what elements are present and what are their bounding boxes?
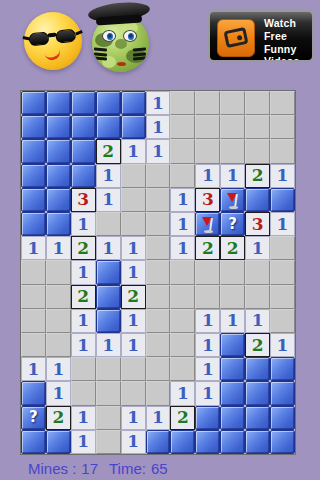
cell-r14c4[interactable] — [96, 406, 121, 430]
cell-r11c5[interactable]: 1 — [121, 333, 146, 357]
cell-r2c3[interactable] — [71, 115, 96, 139]
cell-r13c2[interactable]: 1 — [46, 381, 71, 405]
cell-r13c1[interactable] — [21, 381, 46, 405]
cell-r10c8[interactable]: 1 — [195, 309, 220, 333]
cell-r9c8[interactable] — [195, 285, 220, 309]
cell-r9c7[interactable] — [170, 285, 195, 309]
cell-r14c9[interactable] — [220, 406, 245, 430]
cell-r7c7[interactable]: 1 — [170, 236, 195, 260]
ad-line-3: Funny — [264, 43, 299, 56]
cell-r3c10[interactable] — [245, 139, 270, 163]
cell-r14c10[interactable] — [245, 406, 270, 430]
cell-r10c5[interactable]: 1 — [121, 309, 146, 333]
smirk-mouth — [44, 48, 62, 62]
cell-r14c1[interactable]: ? — [21, 406, 46, 430]
cell-r12c10[interactable] — [245, 357, 270, 381]
cell-r7c6[interactable] — [146, 236, 171, 260]
cell-r11c8[interactable]: 1 — [195, 333, 220, 357]
cell-r2c11[interactable] — [270, 115, 295, 139]
cell-r7c2[interactable]: 1 — [46, 236, 71, 260]
cell-r8c5[interactable]: 1 — [121, 260, 146, 284]
cell-r15c3[interactable]: 1 — [71, 430, 96, 454]
cell-r12c5[interactable] — [121, 357, 146, 381]
cell-r5c9[interactable] — [220, 188, 245, 212]
cell-r4c2[interactable] — [46, 164, 71, 188]
flag-pole — [234, 194, 238, 207]
cell-r5c5[interactable] — [121, 188, 146, 212]
cell-r8c9[interactable] — [220, 260, 245, 284]
cell-r9c6[interactable] — [146, 285, 171, 309]
cell-r11c10[interactable]: 2 — [245, 333, 270, 357]
cell-r11c7[interactable] — [170, 333, 195, 357]
cell-r3c3[interactable] — [71, 139, 96, 163]
cell-r2c2[interactable] — [46, 115, 71, 139]
minesweeper-board: 1121111121311311?31112111221112211111111… — [20, 90, 296, 455]
cell-r8c2[interactable] — [46, 260, 71, 284]
cell-r4c11[interactable]: 1 — [270, 164, 295, 188]
cell-r15c8[interactable] — [195, 430, 220, 454]
cell-r12c2[interactable]: 1 — [46, 357, 71, 381]
cell-r10c7[interactable] — [170, 309, 195, 333]
cell-r1c4[interactable] — [96, 91, 121, 115]
cell-r7c9[interactable]: 2 — [220, 236, 245, 260]
cell-r14c7[interactable]: 2 — [170, 406, 195, 430]
cell-r4c7[interactable] — [170, 164, 195, 188]
ad-banner[interactable]: Watch Free Funny Videos — [208, 10, 314, 62]
flag-fbase — [204, 230, 213, 233]
cell-r8c4[interactable] — [96, 260, 121, 284]
cell-r15c10[interactable] — [245, 430, 270, 454]
cell-r5c7[interactable]: 1 — [170, 188, 195, 212]
cell-r12c3[interactable] — [71, 357, 96, 381]
cell-r2c10[interactable] — [245, 115, 270, 139]
cell-r11c1[interactable] — [21, 333, 46, 357]
cell-r13c3[interactable] — [71, 381, 96, 405]
cell-r8c6[interactable] — [146, 260, 171, 284]
cell-r7c11[interactable] — [270, 236, 295, 260]
cell-r3c4[interactable]: 2 — [96, 139, 121, 163]
cell-r15c1[interactable] — [21, 430, 46, 454]
cell-r11c9[interactable] — [220, 333, 245, 357]
cell-r11c2[interactable] — [46, 333, 71, 357]
cell-r8c8[interactable] — [195, 260, 220, 284]
cell-r11c6[interactable] — [146, 333, 171, 357]
cell-r8c1[interactable] — [21, 260, 46, 284]
cell-r10c10[interactable]: 1 — [245, 309, 270, 333]
cell-r12c1[interactable]: 1 — [21, 357, 46, 381]
cell-r13c8[interactable]: 1 — [195, 381, 220, 405]
cell-r9c3[interactable]: 2 — [71, 285, 96, 309]
cell-r4c1[interactable] — [21, 164, 46, 188]
cell-r1c6[interactable]: 1 — [146, 91, 171, 115]
army-mouth — [117, 62, 126, 66]
cell-r12c8[interactable]: 1 — [195, 357, 220, 381]
cell-r5c11[interactable] — [270, 188, 295, 212]
cell-r5c4[interactable]: 1 — [96, 188, 121, 212]
cell-r10c4[interactable] — [96, 309, 121, 333]
cell-r2c6[interactable]: 1 — [146, 115, 171, 139]
cell-r3c9[interactable] — [220, 139, 245, 163]
ad-line-2: Free — [264, 30, 299, 43]
cell-r3c2[interactable] — [46, 139, 71, 163]
cell-r2c5[interactable] — [121, 115, 146, 139]
cell-r7c5[interactable]: 1 — [121, 236, 146, 260]
ad-line-1: Watch — [264, 17, 299, 30]
cell-r2c4[interactable] — [96, 115, 121, 139]
cell-r15c5[interactable]: 1 — [121, 430, 146, 454]
cell-r11c4[interactable]: 1 — [96, 333, 121, 357]
cell-r12c9[interactable] — [220, 357, 245, 381]
cell-r2c9[interactable] — [220, 115, 245, 139]
cell-r15c7[interactable] — [170, 430, 195, 454]
cell-r1c5[interactable] — [121, 91, 146, 115]
cell-r13c7[interactable]: 1 — [170, 381, 195, 405]
cell-r6c10[interactable]: 3 — [245, 212, 270, 236]
cell-r7c4[interactable]: 1 — [96, 236, 121, 260]
cell-r12c4[interactable] — [96, 357, 121, 381]
cell-r11c11[interactable]: 1 — [270, 333, 295, 357]
cool-smiley-button[interactable] — [24, 12, 82, 70]
cell-r7c8[interactable]: 2 — [195, 236, 220, 260]
cell-r12c11[interactable] — [270, 357, 295, 381]
cell-r9c9[interactable] — [220, 285, 245, 309]
right-eye — [123, 30, 137, 42]
cell-r1c11[interactable] — [270, 91, 295, 115]
cell-r1c10[interactable] — [245, 91, 270, 115]
cell-r14c5[interactable]: 1 — [121, 406, 146, 430]
cell-r2c1[interactable] — [21, 115, 46, 139]
cell-r3c7[interactable] — [170, 139, 195, 163]
cell-r3c5[interactable]: 1 — [121, 139, 146, 163]
cell-r6c9[interactable]: ? — [220, 212, 245, 236]
cell-r14c11[interactable] — [270, 406, 295, 430]
cell-r4c6[interactable] — [146, 164, 171, 188]
cell-r9c11[interactable] — [270, 285, 295, 309]
status-bar: Mines :17 Time:65 — [28, 460, 168, 477]
ad-text: Watch Free Funny Videos — [264, 17, 299, 62]
cell-r12c6[interactable] — [146, 357, 171, 381]
time-label: Time: — [109, 460, 146, 477]
cell-r6c8[interactable] — [195, 212, 220, 236]
cell-r10c6[interactable] — [146, 309, 171, 333]
cell-r7c1[interactable]: 1 — [21, 236, 46, 260]
cell-r15c9[interactable] — [220, 430, 245, 454]
sunglasses-icon — [28, 29, 77, 50]
cell-r14c2[interactable]: 2 — [46, 406, 71, 430]
cell-r6c1[interactable] — [21, 212, 46, 236]
cell-r7c10[interactable]: 1 — [245, 236, 270, 260]
cell-r11c3[interactable]: 1 — [71, 333, 96, 357]
cell-r8c7[interactable] — [170, 260, 195, 284]
cell-r4c4[interactable]: 1 — [96, 164, 121, 188]
cell-r15c2[interactable] — [46, 430, 71, 454]
ad-photo-tile — [217, 19, 255, 57]
mines-label: Mines : — [28, 460, 76, 477]
cell-r13c5[interactable] — [121, 381, 146, 405]
cell-r5c1[interactable] — [21, 188, 46, 212]
flag-fbase — [229, 206, 238, 209]
cell-r9c4[interactable] — [96, 285, 121, 309]
cell-r14c8[interactable] — [195, 406, 220, 430]
cell-r12c7[interactable] — [170, 357, 195, 381]
cell-r4c8[interactable]: 1 — [195, 164, 220, 188]
cell-r1c8[interactable] — [195, 91, 220, 115]
cell-r1c7[interactable] — [170, 91, 195, 115]
cell-r8c11[interactable] — [270, 260, 295, 284]
ad-line-4: Videos — [264, 55, 299, 62]
left-eye — [102, 30, 116, 42]
cell-r15c4[interactable] — [96, 430, 121, 454]
cell-r10c1[interactable] — [21, 309, 46, 333]
cell-r1c3[interactable] — [71, 91, 96, 115]
cell-r15c6[interactable] — [146, 430, 171, 454]
cell-r3c6[interactable]: 1 — [146, 139, 171, 163]
cell-r13c11[interactable] — [270, 381, 295, 405]
cell-r5c10[interactable] — [245, 188, 270, 212]
cell-r1c2[interactable] — [46, 91, 71, 115]
cell-r6c6[interactable] — [146, 212, 171, 236]
cell-r15c11[interactable] — [270, 430, 295, 454]
cell-r7c3[interactable]: 2 — [71, 236, 96, 260]
cell-r3c1[interactable] — [21, 139, 46, 163]
cell-r9c10[interactable] — [245, 285, 270, 309]
cell-r3c11[interactable] — [270, 139, 295, 163]
cell-r6c11[interactable]: 1 — [270, 212, 295, 236]
cell-r9c1[interactable] — [21, 285, 46, 309]
cell-r13c4[interactable] — [96, 381, 121, 405]
cell-r10c3[interactable]: 1 — [71, 309, 96, 333]
cell-r13c6[interactable] — [146, 381, 171, 405]
cell-r14c3[interactable]: 1 — [71, 406, 96, 430]
cell-r4c5[interactable] — [121, 164, 146, 188]
cell-r5c2[interactable] — [46, 188, 71, 212]
cell-r2c8[interactable] — [195, 115, 220, 139]
cell-r6c4[interactable] — [96, 212, 121, 236]
cell-r10c9[interactable]: 1 — [220, 309, 245, 333]
cell-r1c9[interactable] — [220, 91, 245, 115]
cell-r8c3[interactable]: 1 — [71, 260, 96, 284]
cell-r5c3[interactable]: 3 — [71, 188, 96, 212]
mines-count: 17 — [81, 460, 98, 477]
cell-r5c8[interactable]: 3 — [195, 188, 220, 212]
cell-r3c8[interactable] — [195, 139, 220, 163]
cell-r10c11[interactable] — [270, 309, 295, 333]
cell-r8c10[interactable] — [245, 260, 270, 284]
photo-icon — [223, 27, 248, 48]
cell-r6c7[interactable]: 1 — [170, 212, 195, 236]
cell-r13c10[interactable] — [245, 381, 270, 405]
time-value: 65 — [151, 460, 168, 477]
cell-r10c2[interactable] — [46, 309, 71, 333]
cell-r6c5[interactable] — [121, 212, 146, 236]
cell-r1c1[interactable] — [21, 91, 46, 115]
cell-r6c3[interactable]: 1 — [71, 212, 96, 236]
cell-r9c5[interactable]: 2 — [121, 285, 146, 309]
cell-r2c7[interactable] — [170, 115, 195, 139]
cell-r5c6[interactable] — [146, 188, 171, 212]
cell-r9c2[interactable] — [46, 285, 71, 309]
cell-r14c6[interactable]: 1 — [146, 406, 171, 430]
cell-r6c2[interactable] — [46, 212, 71, 236]
cell-r13c9[interactable] — [220, 381, 245, 405]
cell-r4c3[interactable] — [71, 164, 96, 188]
cell-r4c10[interactable]: 2 — [245, 164, 270, 188]
cell-r4c9[interactable]: 1 — [220, 164, 245, 188]
